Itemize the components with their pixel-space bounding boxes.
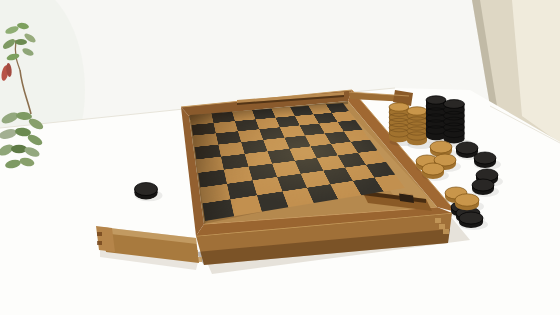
plant-leaf [0, 110, 20, 126]
plant-leaf [4, 25, 19, 36]
plant-leaf [6, 52, 20, 61]
checker-black [474, 152, 501, 170]
plant-leaf [0, 127, 18, 140]
checker-black [459, 212, 488, 230]
checker-black [135, 183, 163, 202]
plant-leaf [15, 39, 27, 45]
plant-leaf [19, 156, 35, 167]
photo-checkers-scene [0, 0, 560, 315]
checker-wood [455, 194, 484, 212]
plant-leaf [21, 47, 34, 58]
plant-leaf [1, 37, 16, 51]
plant-leaf [4, 158, 21, 169]
jade-plant [0, 22, 45, 170]
black-checker-stack-2 [444, 100, 473, 147]
pieces-and-plant [0, 0, 560, 315]
